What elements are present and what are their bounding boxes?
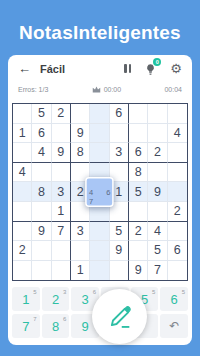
sudoku-cell[interactable]	[32, 261, 51, 281]
sudoku-cell[interactable]	[13, 222, 32, 242]
sudoku-cell[interactable]	[168, 143, 187, 163]
sudoku-cell[interactable]	[168, 182, 187, 202]
numpad-button-2[interactable]: 23	[42, 287, 70, 311]
sudoku-cell[interactable]: 8	[32, 182, 51, 202]
sudoku-board: 526169449836248832467159129735242956197	[12, 103, 188, 281]
sudoku-cell[interactable]	[168, 261, 187, 281]
sudoku-cell[interactable]: 467	[85, 177, 114, 207]
sudoku-cell[interactable]	[90, 104, 109, 124]
numpad-button-6[interactable]: 65	[160, 287, 188, 311]
sudoku-cell[interactable]	[13, 182, 32, 202]
sudoku-cell[interactable]: 5	[129, 182, 148, 202]
sudoku-cell[interactable]: 9	[148, 182, 167, 202]
sudoku-cell[interactable]	[90, 261, 109, 281]
sudoku-cell[interactable]: 5	[32, 104, 51, 124]
sudoku-cell[interactable]: 4	[148, 222, 167, 242]
sudoku-cell[interactable]: 2	[13, 241, 32, 261]
sudoku-cell[interactable]	[52, 241, 71, 261]
remaining-count: 6	[63, 316, 66, 322]
sudoku-cell[interactable]	[13, 261, 32, 281]
sudoku-cell[interactable]: 1	[13, 124, 32, 144]
numpad-button-1[interactable]: 15	[12, 287, 40, 311]
settings-gear-icon[interactable]: ⚙	[170, 62, 182, 75]
top-banner: NotasInteligentes	[0, 0, 200, 55]
sudoku-cell[interactable]: 6	[129, 143, 148, 163]
sudoku-cell[interactable]	[129, 124, 148, 144]
remaining-count: 5	[182, 289, 185, 295]
sudoku-cell[interactable]	[129, 104, 148, 124]
undo-button[interactable]: ↶	[160, 314, 188, 338]
sudoku-cell[interactable]	[110, 261, 129, 281]
sudoku-cell[interactable]	[148, 202, 167, 222]
sudoku-cell[interactable]	[168, 163, 187, 183]
sudoku-cell[interactable]	[52, 124, 71, 144]
sudoku-cell[interactable]: 6	[110, 104, 129, 124]
sudoku-cell[interactable]: 6	[168, 241, 187, 261]
sudoku-cell[interactable]	[148, 163, 167, 183]
sudoku-cell[interactable]: 6	[32, 124, 51, 144]
sudoku-cell[interactable]	[148, 104, 167, 124]
sudoku-cell[interactable]: 2	[129, 222, 148, 242]
sudoku-cell[interactable]: 3	[52, 182, 71, 202]
notes-pencil-button[interactable]	[92, 289, 147, 344]
remaining-count: 6	[93, 289, 96, 295]
sudoku-cell[interactable]: 4	[32, 143, 51, 163]
sudoku-cell[interactable]	[32, 241, 51, 261]
best-time: 00:00	[104, 86, 122, 93]
sudoku-cell[interactable]	[168, 222, 187, 242]
pause-button[interactable]	[124, 64, 131, 73]
sudoku-cell[interactable]	[168, 104, 187, 124]
sudoku-cell[interactable]	[32, 163, 51, 183]
pencil-notes: 467	[87, 179, 113, 206]
sudoku-cell[interactable]: 5	[148, 241, 167, 261]
errors-counter: Erros: 1/3	[18, 86, 48, 93]
sudoku-cell[interactable]: 4	[168, 124, 187, 144]
hint-button[interactable]: 0	[144, 62, 157, 75]
sudoku-cell[interactable]: 8	[129, 163, 148, 183]
sudoku-cell[interactable]	[71, 241, 90, 261]
sudoku-cell[interactable]: 5	[110, 222, 129, 242]
sudoku-cell[interactable]	[90, 222, 109, 242]
sudoku-cell[interactable]: 1	[52, 202, 71, 222]
sudoku-cell[interactable]	[32, 202, 51, 222]
remaining-count: 5	[33, 289, 36, 295]
sudoku-cell[interactable]: 1	[71, 261, 90, 281]
sudoku-cell[interactable]: 3	[110, 143, 129, 163]
crown-icon	[92, 86, 101, 93]
sudoku-cell[interactable]: 4	[13, 163, 32, 183]
sudoku-cell[interactable]	[13, 104, 32, 124]
sudoku-cell[interactable]	[90, 241, 109, 261]
back-icon[interactable]: ←	[18, 62, 31, 75]
sudoku-cell[interactable]	[52, 163, 71, 183]
timer: 00:04	[164, 86, 182, 93]
remaining-count: 7	[33, 316, 36, 322]
sudoku-cell[interactable]	[110, 124, 129, 144]
sudoku-cell[interactable]: 9	[71, 124, 90, 144]
sudoku-cell[interactable]	[13, 143, 32, 163]
sudoku-cell[interactable]	[90, 124, 109, 144]
sudoku-cell[interactable]	[129, 241, 148, 261]
pencil-icon	[106, 303, 134, 331]
difficulty-label: Fácil	[40, 63, 65, 75]
sudoku-cell[interactable]: 9	[32, 222, 51, 242]
sudoku-cell[interactable]: 9	[129, 261, 148, 281]
hint-count-badge: 0	[153, 58, 161, 66]
sudoku-cell[interactable]	[148, 124, 167, 144]
sudoku-cell[interactable]	[52, 261, 71, 281]
sudoku-cell[interactable]: 2	[168, 202, 187, 222]
status-bar: Erros: 1/3 00:00 00:04	[8, 82, 192, 96]
app-title: NotasInteligentes	[19, 22, 181, 44]
sudoku-cell[interactable]: 7	[52, 222, 71, 242]
sudoku-cell[interactable]	[71, 104, 90, 124]
sudoku-cell[interactable]: 9	[110, 241, 129, 261]
sudoku-cell[interactable]: 2	[148, 143, 167, 163]
sudoku-cell[interactable]	[129, 202, 148, 222]
header-bar: ← Fácil 0 ⚙	[8, 55, 192, 82]
numpad-button-8[interactable]: 86	[42, 314, 70, 338]
sudoku-cell[interactable]: 8	[71, 143, 90, 163]
sudoku-cell[interactable]: 7	[148, 261, 167, 281]
numpad-button-7[interactable]: 77	[12, 314, 40, 338]
remaining-count: 3	[63, 289, 66, 295]
sudoku-cell[interactable]: 3	[71, 222, 90, 242]
sudoku-cell[interactable]: 2	[52, 104, 71, 124]
sudoku-cell[interactable]	[13, 202, 32, 222]
app-screen: NotasInteligentes ← Fácil 0 ⚙ Erros: 1	[0, 0, 200, 356]
sudoku-cell[interactable]	[90, 143, 109, 163]
remaining-count: 5	[152, 289, 155, 295]
sudoku-cell[interactable]: 9	[52, 143, 71, 163]
